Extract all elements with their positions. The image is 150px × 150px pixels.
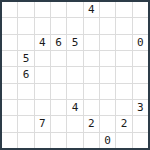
cell-r7c4[interactable] — [67, 116, 82, 131]
cell-r0c1[interactable] — [18, 2, 33, 17]
cell-r2c7[interactable] — [116, 35, 131, 50]
cell-r1c8[interactable] — [133, 18, 148, 33]
cell-r5c3[interactable] — [51, 84, 66, 99]
cell-r5c2[interactable] — [35, 84, 50, 99]
cell-r6c3[interactable] — [51, 100, 66, 115]
cell-r5c1[interactable] — [18, 84, 33, 99]
cell-r8c8[interactable] — [133, 133, 148, 148]
cell-r4c7[interactable] — [116, 67, 131, 82]
cell-r0c6[interactable] — [100, 2, 115, 17]
cell-r4c8[interactable] — [133, 67, 148, 82]
cell-r5c0[interactable] — [2, 84, 17, 99]
cell-r5c8[interactable] — [133, 84, 148, 99]
clue-cell-r7c7[interactable]: 2 — [116, 116, 131, 131]
clue-cell-r0c5[interactable]: 4 — [84, 2, 99, 17]
cell-r0c8[interactable] — [133, 2, 148, 17]
cell-r5c4[interactable] — [67, 84, 82, 99]
cell-r8c5[interactable] — [84, 133, 99, 148]
cell-r7c3[interactable] — [51, 116, 66, 131]
cell-r3c4[interactable] — [67, 51, 82, 66]
clue-cell-r2c3[interactable]: 6 — [51, 35, 66, 50]
cell-r0c0[interactable] — [2, 2, 17, 17]
cell-r3c6[interactable] — [100, 51, 115, 66]
cell-r6c2[interactable] — [35, 100, 50, 115]
cell-r0c7[interactable] — [116, 2, 131, 17]
clue-cell-r7c5[interactable]: 2 — [84, 116, 99, 131]
cell-r2c5[interactable] — [84, 35, 99, 50]
clue-cell-r2c2[interactable]: 4 — [35, 35, 50, 50]
cell-r8c1[interactable] — [18, 133, 33, 148]
cell-r2c6[interactable] — [100, 35, 115, 50]
cell-r5c7[interactable] — [116, 84, 131, 99]
cell-r3c0[interactable] — [2, 51, 17, 66]
cell-r4c3[interactable] — [51, 67, 66, 82]
cell-r3c7[interactable] — [116, 51, 131, 66]
cell-r2c0[interactable] — [2, 35, 17, 50]
cell-r7c8[interactable] — [133, 116, 148, 131]
cell-r6c7[interactable] — [116, 100, 131, 115]
cell-r7c1[interactable] — [18, 116, 33, 131]
cell-r4c4[interactable] — [67, 67, 82, 82]
cell-r8c0[interactable] — [2, 133, 17, 148]
cell-r3c8[interactable] — [133, 51, 148, 66]
cell-r1c3[interactable] — [51, 18, 66, 33]
clue-cell-r8c6[interactable]: 0 — [100, 133, 115, 148]
mosaic-board: 4465056437220 — [0, 0, 150, 150]
cell-r1c0[interactable] — [2, 18, 17, 33]
cell-r1c5[interactable] — [84, 18, 99, 33]
cell-r6c5[interactable] — [84, 100, 99, 115]
cell-r8c4[interactable] — [67, 133, 82, 148]
cell-r0c3[interactable] — [51, 2, 66, 17]
cell-r8c3[interactable] — [51, 133, 66, 148]
cell-r4c2[interactable] — [35, 67, 50, 82]
cell-r1c2[interactable] — [35, 18, 50, 33]
clue-cell-r7c2[interactable]: 7 — [35, 116, 50, 131]
cell-r4c6[interactable] — [100, 67, 115, 82]
cell-r3c5[interactable] — [84, 51, 99, 66]
cell-r7c6[interactable] — [100, 116, 115, 131]
clue-cell-r3c1[interactable]: 5 — [18, 51, 33, 66]
cell-r3c3[interactable] — [51, 51, 66, 66]
clue-cell-r6c4[interactable]: 4 — [67, 100, 82, 115]
clue-cell-r4c1[interactable]: 6 — [18, 67, 33, 82]
clue-cell-r2c8[interactable]: 0 — [133, 35, 148, 50]
cell-r8c7[interactable] — [116, 133, 131, 148]
cell-r0c4[interactable] — [67, 2, 82, 17]
cell-r6c1[interactable] — [18, 100, 33, 115]
cell-r4c0[interactable] — [2, 67, 17, 82]
cell-r4c5[interactable] — [84, 67, 99, 82]
clue-cell-r6c8[interactable]: 3 — [133, 100, 148, 115]
cell-r6c0[interactable] — [2, 100, 17, 115]
cell-r8c2[interactable] — [35, 133, 50, 148]
cell-r1c6[interactable] — [100, 18, 115, 33]
cell-r5c6[interactable] — [100, 84, 115, 99]
cell-r1c4[interactable] — [67, 18, 82, 33]
cell-r5c5[interactable] — [84, 84, 99, 99]
cell-r0c2[interactable] — [35, 2, 50, 17]
cell-r1c1[interactable] — [18, 18, 33, 33]
cell-r7c0[interactable] — [2, 116, 17, 131]
cell-r6c6[interactable] — [100, 100, 115, 115]
cell-r2c1[interactable] — [18, 35, 33, 50]
clue-cell-r2c4[interactable]: 5 — [67, 35, 82, 50]
cell-r1c7[interactable] — [116, 18, 131, 33]
cell-r3c2[interactable] — [35, 51, 50, 66]
